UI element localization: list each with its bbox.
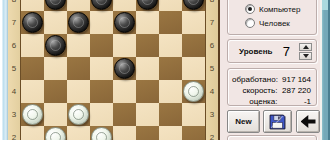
square-c3[interactable]	[67, 103, 90, 126]
new-game-button[interactable]: New	[227, 110, 260, 133]
stat-speed: скорость: 287 220	[232, 85, 311, 95]
rank-label-2: 2	[8, 126, 20, 140]
square-h6[interactable]	[182, 34, 205, 57]
square-g5[interactable]	[159, 57, 182, 80]
square-f4[interactable]	[136, 80, 159, 103]
square-d7[interactable]	[90, 11, 113, 34]
black-checker[interactable]	[68, 12, 89, 33]
square-b4[interactable]	[44, 80, 67, 103]
square-a2[interactable]	[21, 126, 44, 140]
square-b6[interactable]	[44, 34, 67, 57]
square-h2[interactable]	[182, 126, 205, 140]
square-c2[interactable]	[67, 126, 90, 140]
radio-computer-label: Компьютер	[259, 5, 300, 14]
spin-up-button[interactable]	[299, 43, 312, 51]
radio-button-icon[interactable]	[245, 4, 255, 14]
white-checker[interactable]	[45, 127, 66, 140]
left-arrow-icon	[301, 115, 316, 128]
stat-processed: обработано: 917 164	[232, 74, 311, 84]
stat-speed-label: скорость:	[232, 86, 277, 95]
stats-groupbox: обработано: 917 164 скорость: 287 220 оц…	[227, 68, 317, 106]
square-a8[interactable]	[21, 0, 44, 11]
square-g2[interactable]	[159, 126, 182, 140]
rank-label-8: 8	[8, 0, 20, 11]
square-c7[interactable]	[67, 11, 90, 34]
square-f7[interactable]	[136, 11, 159, 34]
square-a7[interactable]	[21, 11, 44, 34]
radio-bottom-human-label: Человек	[259, 140, 294, 141]
rank-label-7: 7	[206, 11, 218, 34]
save-button[interactable]	[263, 110, 292, 133]
square-b8[interactable]	[44, 0, 67, 11]
window-edge-right	[320, 0, 330, 140]
square-c6[interactable]	[67, 34, 90, 57]
rank-label-6: 6	[206, 34, 218, 57]
black-checker[interactable]	[91, 0, 112, 10]
square-f8[interactable]	[136, 0, 159, 11]
control-panel: Компьютер Человек Уровень 7 обработано:	[220, 0, 320, 140]
black-checker[interactable]	[114, 58, 135, 79]
square-g8[interactable]	[159, 0, 182, 11]
floppy-disk-icon	[269, 114, 286, 130]
black-checker[interactable]	[45, 35, 66, 56]
square-d2[interactable]	[90, 126, 113, 140]
level-label: Уровень	[239, 47, 272, 56]
square-h8[interactable]	[182, 0, 205, 11]
square-f6[interactable]	[136, 34, 159, 57]
stat-evaluation-label: оценка:	[232, 97, 277, 106]
rank-label-4: 4	[206, 80, 218, 103]
radio-human-label: Человек	[259, 19, 290, 28]
square-e5[interactable]	[113, 57, 136, 80]
square-b2[interactable]	[44, 126, 67, 140]
rank-label-6: 6	[8, 34, 20, 57]
square-a3[interactable]	[21, 103, 44, 126]
rank-label-2: 2	[206, 126, 218, 140]
square-d5[interactable]	[90, 57, 113, 80]
level-value: 7	[283, 44, 290, 59]
black-checker[interactable]	[45, 0, 66, 10]
square-e4[interactable]	[113, 80, 136, 103]
square-e2[interactable]	[113, 126, 136, 140]
square-e8[interactable]	[113, 0, 136, 11]
square-e3[interactable]	[113, 103, 136, 126]
rank-label-7: 7	[8, 11, 20, 34]
rank-labels-left: 87654321	[8, 0, 20, 140]
square-g7[interactable]	[159, 11, 182, 34]
checkers-app-window: 87654321 87654321 Компьютер Человек Уров…	[0, 0, 330, 140]
square-e6[interactable]	[113, 34, 136, 57]
square-b3[interactable]	[44, 103, 67, 126]
square-g3[interactable]	[159, 103, 182, 126]
square-a4[interactable]	[21, 80, 44, 103]
square-c8[interactable]	[67, 0, 90, 11]
radio-computer[interactable]: Компьютер	[245, 4, 300, 14]
rank-labels-right: 87654321	[206, 0, 218, 140]
square-b7[interactable]	[44, 11, 67, 34]
black-checker[interactable]	[114, 12, 135, 33]
rank-label-5: 5	[206, 57, 218, 80]
checkers-board: 87654321 87654321	[8, 0, 220, 140]
square-f5[interactable]	[136, 57, 159, 80]
square-d6[interactable]	[90, 34, 113, 57]
bottom-groupbox: Человек	[227, 135, 317, 140]
radio-button-icon[interactable]	[245, 18, 255, 28]
square-h7[interactable]	[182, 11, 205, 34]
white-checker[interactable]	[183, 81, 204, 102]
level-spinner[interactable]	[299, 43, 312, 60]
square-f3[interactable]	[136, 103, 159, 126]
stat-processed-label: обработано:	[232, 75, 278, 84]
chevron-down-icon	[303, 54, 309, 58]
window-edge-left	[0, 0, 8, 140]
white-checker[interactable]	[68, 104, 89, 125]
square-h5[interactable]	[182, 57, 205, 80]
player-groupbox: Компьютер Человек	[227, 0, 317, 35]
level-groupbox: Уровень 7	[227, 39, 317, 63]
black-checker[interactable]	[137, 0, 158, 10]
square-f2[interactable]	[136, 126, 159, 140]
square-d3[interactable]	[90, 103, 113, 126]
square-g6[interactable]	[159, 34, 182, 57]
stat-evaluation: оценка: -1	[232, 96, 311, 106]
rank-label-5: 5	[8, 57, 20, 80]
stat-processed-value: 917 164	[278, 75, 311, 84]
square-d4[interactable]	[90, 80, 113, 103]
square-c4[interactable]	[67, 80, 90, 103]
white-checker[interactable]	[22, 104, 43, 125]
rank-label-3: 3	[206, 103, 218, 126]
square-h4[interactable]	[182, 80, 205, 103]
square-c5[interactable]	[67, 57, 90, 80]
square-g4[interactable]	[159, 80, 182, 103]
undo-move-button[interactable]	[296, 110, 320, 133]
chevron-up-icon	[303, 45, 309, 49]
board-grid	[20, 0, 206, 140]
spin-down-button[interactable]	[299, 52, 312, 60]
square-h3[interactable]	[182, 103, 205, 126]
stat-evaluation-value: -1	[277, 97, 311, 106]
radio-human[interactable]: Человек	[245, 18, 290, 28]
square-b5[interactable]	[44, 57, 67, 80]
square-d8[interactable]	[90, 0, 113, 11]
square-e7[interactable]	[113, 11, 136, 34]
rank-label-4: 4	[8, 80, 20, 103]
black-checker[interactable]	[183, 0, 204, 10]
square-a6[interactable]	[21, 34, 44, 57]
rank-label-8: 8	[206, 0, 218, 11]
white-checker[interactable]	[91, 127, 112, 140]
square-a5[interactable]	[21, 57, 44, 80]
stat-speed-value: 287 220	[277, 86, 311, 95]
black-checker[interactable]	[22, 12, 43, 33]
rank-label-3: 3	[8, 103, 20, 126]
